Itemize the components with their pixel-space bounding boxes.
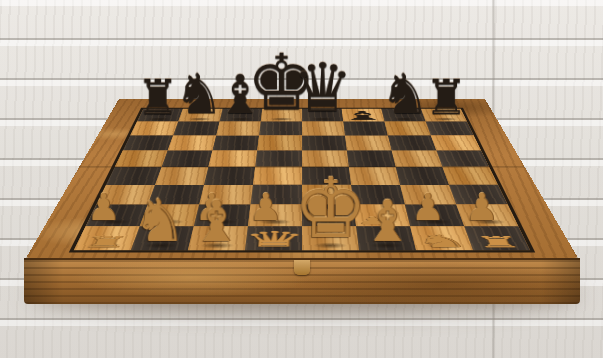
chess-board-grid: ♜♞♝♚♛♝♞♜♟♟♟♟♟♟♟♟♜♞♝♛♚♝♞♜ <box>73 109 529 250</box>
square-h8[interactable]: ♜ <box>421 109 467 122</box>
square-h7[interactable] <box>425 122 473 136</box>
square-g1[interactable]: ♞ <box>410 226 473 250</box>
square-g6[interactable] <box>387 135 435 150</box>
piece-white-pawn[interactable]: ♟ <box>464 188 497 225</box>
square-e7[interactable] <box>302 122 345 136</box>
piece-white-knight[interactable]: ♞ <box>133 191 186 250</box>
square-h5[interactable] <box>436 150 489 166</box>
piece-white-bishop[interactable]: ♝ <box>361 193 412 250</box>
square-g5[interactable] <box>391 150 442 166</box>
square-e6[interactable] <box>302 135 347 150</box>
square-e8[interactable]: ♛ <box>302 109 343 122</box>
square-b5[interactable] <box>161 150 212 166</box>
square-b6[interactable] <box>167 135 215 150</box>
square-g2[interactable]: ♟ <box>404 204 463 226</box>
square-c4[interactable] <box>203 167 254 185</box>
square-c7[interactable] <box>216 122 261 136</box>
piece-white-pawn[interactable]: ♟ <box>248 188 281 225</box>
square-h4[interactable] <box>442 167 498 185</box>
square-b1[interactable]: ♞ <box>130 226 193 250</box>
square-g8[interactable]: ♞ <box>381 109 425 122</box>
square-g4[interactable] <box>395 167 448 185</box>
square-h6[interactable] <box>430 135 480 150</box>
piece-white-rook[interactable]: ♜ <box>472 234 524 249</box>
board-front-edge <box>24 258 580 304</box>
board-clasp <box>294 260 310 275</box>
square-c6[interactable] <box>212 135 259 150</box>
square-f7[interactable] <box>343 122 388 136</box>
square-h1[interactable]: ♜ <box>464 226 530 250</box>
piece-white-pawn[interactable]: ♟ <box>86 188 119 225</box>
piece-black-queen[interactable]: ♛ <box>292 54 352 121</box>
square-c5[interactable] <box>208 150 257 166</box>
square-a4[interactable] <box>105 167 161 185</box>
square-b4[interactable] <box>154 167 207 185</box>
square-c1[interactable]: ♝ <box>187 226 247 250</box>
piece-black-rook[interactable]: ♜ <box>424 73 467 121</box>
square-h2[interactable]: ♟ <box>456 204 518 226</box>
piece-white-king[interactable]: ♚ <box>293 167 367 249</box>
piece-white-pawn[interactable]: ♟ <box>410 188 443 225</box>
piece-black-rook[interactable]: ♜ <box>136 73 179 121</box>
square-f6[interactable] <box>344 135 391 150</box>
square-a1[interactable]: ♜ <box>73 226 139 250</box>
piece-white-rook[interactable]: ♜ <box>79 234 131 249</box>
square-d6[interactable] <box>257 135 302 150</box>
square-b7[interactable] <box>173 122 219 136</box>
board-top-surface: ♜♞♝♚♛♝♞♜♟♟♟♟♟♟♟♟♜♞♝♛♚♝♞♜ <box>26 99 578 258</box>
square-f1[interactable]: ♝ <box>356 226 416 250</box>
square-a5[interactable] <box>114 150 167 166</box>
square-a6[interactable] <box>122 135 172 150</box>
photo-scene: ♜♞♝♚♛♝♞♜♟♟♟♟♟♟♟♟♜♞♝♛♚♝♞♜ <box>0 0 603 358</box>
square-d7[interactable] <box>259 122 302 136</box>
piece-black-knight[interactable]: ♞ <box>380 66 430 121</box>
square-g7[interactable] <box>384 122 430 136</box>
square-a7[interactable] <box>130 122 178 136</box>
piece-white-bishop[interactable]: ♝ <box>191 193 242 250</box>
square-e1[interactable]: ♚ <box>302 226 359 250</box>
piece-white-knight[interactable]: ♞ <box>413 232 470 249</box>
